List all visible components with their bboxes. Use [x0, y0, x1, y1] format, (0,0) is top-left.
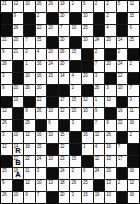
grid-cell[interactable]: 25 [1, 168, 12, 179]
grid-cell[interactable]: 10 [82, 37, 93, 48]
cell-number: 2 [71, 1, 73, 6]
black-cell [24, 25, 35, 36]
grid-cell[interactable]: 2 [36, 13, 47, 24]
black-cell [47, 85, 58, 96]
grid-cell[interactable]: 14 [117, 37, 128, 48]
grid-cell[interactable]: 2 [94, 1, 105, 12]
grid-cell[interactable]: 10 [105, 156, 116, 167]
black-cell [82, 61, 93, 72]
cell-number: 24 [118, 61, 122, 66]
cell-number: 2 [129, 132, 131, 137]
grid-cell[interactable]: 15 [70, 156, 81, 167]
grid-cell[interactable]: 18 [24, 144, 35, 155]
cell-number: 10 [37, 180, 41, 185]
grid-cell[interactable]: 14 [59, 73, 70, 84]
cell-number: 20 [83, 73, 87, 78]
black-cell [94, 25, 105, 36]
cell-number: 15 [48, 73, 52, 78]
grid-cell[interactable]: 17 [59, 97, 70, 108]
grid-cell[interactable]: 10 [24, 1, 35, 12]
grid-cell[interactable]: 20 [13, 37, 24, 48]
black-cell [128, 49, 139, 60]
cell-number: 6 [83, 168, 85, 173]
cell-number: 20 [106, 168, 110, 173]
grid-cell[interactable]: 7 [117, 144, 128, 155]
cell-number: 10 [48, 132, 52, 137]
black-cell [128, 73, 139, 84]
grid-cell[interactable]: 4 [36, 49, 47, 60]
cell-number: 5 [83, 1, 85, 6]
grid-cell[interactable]: 2 [105, 1, 116, 12]
grid-cell[interactable]: 20 [13, 85, 24, 96]
grid-cell[interactable]: 17 [117, 156, 128, 167]
grid-cell[interactable]: 2 [117, 180, 128, 191]
grid-cell[interactable]: 16 [36, 61, 47, 72]
cell-number: 16 [129, 120, 133, 125]
grid-cell[interactable]: 3 [94, 73, 105, 84]
cell-number: 7 [37, 192, 39, 197]
grid-cell[interactable]: 16 [128, 168, 139, 179]
grid-cell[interactable]: 16 [128, 120, 139, 131]
cell-number: 15 [60, 132, 64, 137]
grid-cell[interactable]: 26 [36, 108, 47, 119]
grid-cell[interactable]: 10 [70, 25, 81, 36]
cell-number: 14 [118, 37, 122, 42]
grid-cell[interactable]: 26 [24, 85, 35, 96]
cell-number: 20 [48, 49, 52, 54]
black-cell [117, 97, 128, 108]
cell-number: 2 [71, 168, 73, 173]
cell-number: 10 [71, 25, 75, 30]
grid-cell[interactable]: 21 [1, 1, 12, 12]
grid-cell[interactable]: 6 [47, 120, 58, 131]
grid-cell[interactable]: 15 [36, 37, 47, 48]
cell-number: 10 [14, 132, 18, 137]
cell-number: 4 [106, 25, 108, 30]
grid-cell[interactable]: 15 [47, 73, 58, 84]
black-cell [94, 180, 105, 191]
grid-cell[interactable]: 20 [36, 85, 47, 96]
cell-number: 26 [37, 108, 41, 113]
grid-cell[interactable]: 10 [82, 13, 93, 24]
cell-number: 20 [14, 85, 18, 90]
black-cell [59, 85, 70, 96]
cell-number: 20 [60, 61, 64, 66]
black-cell [117, 25, 128, 36]
grid-cell[interactable]: 26 [1, 120, 12, 131]
cell-number: 1 [83, 144, 85, 149]
grid-cell[interactable]: 1 [94, 97, 105, 108]
cell-number: 25 [25, 120, 29, 125]
cell-number: 17 [118, 156, 122, 161]
black-cell [70, 132, 81, 143]
cell-number: 16 [106, 144, 110, 149]
cell-number: 2 [106, 1, 108, 6]
grid-cell[interactable]: 3 [70, 120, 81, 131]
cell-number: 1 [25, 61, 27, 66]
cell-number: 12 [14, 1, 18, 6]
cell-number: 21 [2, 1, 6, 6]
grid-cell[interactable]: 26 [59, 49, 70, 60]
cell-number: 26 [37, 1, 41, 6]
given-letter: A [13, 171, 24, 179]
cell-number: 5 [118, 1, 120, 6]
black-cell [70, 37, 81, 48]
grid-cell[interactable]: 25 [128, 37, 139, 48]
grid-cell[interactable]: 2 [24, 49, 35, 60]
black-cell [1, 156, 12, 167]
black-cell [24, 13, 35, 24]
grid-cell[interactable]: 26 [1, 61, 12, 72]
grid-cell[interactable]: 5 [82, 1, 93, 12]
grid-cell[interactable]: 15 [70, 97, 81, 108]
cell-number: 4 [95, 144, 97, 149]
cell-number: 10 [14, 192, 18, 197]
grid-cell[interactable]: 13 [47, 180, 58, 191]
grid-cell[interactable]: 15 [70, 49, 81, 60]
grid-cell[interactable]: 19 [59, 1, 70, 12]
grid-cell[interactable]: 21 [1, 37, 12, 48]
cell-number: 7 [129, 85, 131, 90]
grid-cell[interactable]: 12 [1, 108, 12, 119]
grid-cell[interactable]: 11 [24, 168, 35, 179]
cell-number: 15 [71, 156, 75, 161]
grid-cell[interactable]: 4 [105, 25, 116, 36]
grid-cell[interactable]: 12 [117, 73, 128, 84]
cell-number: 1 [95, 97, 97, 102]
cell-number: 9 [106, 120, 108, 125]
grid-cell[interactable]: 9 [105, 120, 116, 131]
grid-cell[interactable]: 7 [59, 25, 70, 36]
cell-number: 16 [83, 132, 87, 137]
cell-number: 10 [83, 37, 87, 42]
grid-cell[interactable]: 20 [59, 37, 70, 48]
grid-cell[interactable]: 9 [1, 180, 12, 191]
grid-cell[interactable]: 6 [128, 25, 139, 36]
grid-cell[interactable]: 2 [105, 13, 116, 24]
cell-number: 16 [129, 192, 133, 197]
grid-cell[interactable]: 9 [24, 192, 35, 203]
cell-number: 3 [2, 132, 4, 137]
grid-cell[interactable]: 10 [82, 108, 93, 119]
grid-cell[interactable]: 13 [105, 180, 116, 191]
grid-cell[interactable]: 11 [128, 108, 139, 119]
cell-number: 12 [129, 180, 133, 185]
grid-cell[interactable]: 16 [36, 73, 47, 84]
grid-cell[interactable]: 7 [94, 120, 105, 131]
grid-cell[interactable]: 20 [105, 61, 116, 72]
cell-number: 10 [118, 85, 122, 90]
grid-cell[interactable]: 15 [36, 144, 47, 155]
cell-number: 25 [83, 180, 87, 185]
grid-cell[interactable]: 12 [128, 180, 139, 191]
given-letter: B [13, 159, 24, 167]
grid-cell[interactable]: 3 [1, 73, 12, 84]
grid-cell[interactable]: 24 [117, 61, 128, 72]
grid-cell[interactable]: 10 [47, 132, 58, 143]
cell-number: 12 [129, 1, 133, 6]
cell-number: 3 [95, 73, 97, 78]
grid-cell[interactable]: 9 [24, 108, 35, 119]
grid-cell[interactable]: 16 [117, 108, 128, 119]
cell-number: 21 [2, 37, 6, 42]
black-cell [117, 13, 128, 24]
grid-cell[interactable]: 25 [82, 25, 93, 36]
grid-cell[interactable]: 24 [47, 61, 58, 72]
cell-number: 15 [83, 192, 87, 197]
grid-cell[interactable]: 12 [82, 97, 93, 108]
black-cell [105, 108, 116, 119]
grid-cell[interactable]: 9 [128, 97, 139, 108]
grid-cell[interactable]: 2 [70, 168, 81, 179]
grid-cell[interactable]: 12 [94, 132, 105, 143]
black-cell [59, 120, 70, 131]
grid-cell[interactable]: 14R [13, 144, 24, 155]
grid-cell[interactable]: 10 [105, 97, 116, 108]
black-cell [13, 120, 24, 131]
grid-cell[interactable]: 5 [117, 1, 128, 12]
cell-number: 9 [14, 13, 16, 18]
grid-cell[interactable]: 20 [105, 168, 116, 179]
grid-cell[interactable]: 7 [128, 85, 139, 96]
cell-number: 24 [60, 168, 64, 173]
cell-number: 9 [2, 49, 4, 54]
cell-number: 10 [106, 192, 110, 197]
grid-cell[interactable]: 18 [59, 180, 70, 191]
grid-cell[interactable]: 9 [1, 49, 12, 60]
grid-cell[interactable]: 3 [36, 168, 47, 179]
cell-number: 26 [25, 85, 29, 90]
grid-cell[interactable]: 10 [24, 73, 35, 84]
cell-number: 25 [129, 37, 133, 42]
cell-number: 7 [25, 37, 27, 42]
grid-cell[interactable]: 10 [47, 156, 58, 167]
grid-cell[interactable]: 3 [1, 132, 12, 143]
grid-cell[interactable]: 2 [70, 85, 81, 96]
grid-cell[interactable]: 7 [24, 37, 35, 48]
cell-number: 16 [37, 73, 41, 78]
cell-number: 21 [14, 49, 18, 54]
grid-cell[interactable]: 26 [36, 1, 47, 12]
grid-cell[interactable]: 22B [13, 156, 24, 167]
black-cell [82, 49, 93, 60]
cell-number: 9 [2, 85, 4, 90]
grid-cell[interactable]: 26 [47, 1, 58, 12]
grid-cell[interactable]: 22 [36, 25, 47, 36]
grid-cell[interactable]: 25 [82, 180, 93, 191]
grid-cell[interactable]: 9 [13, 13, 24, 24]
cell-number: 26 [2, 120, 6, 125]
cell-number: 3 [106, 85, 108, 90]
grid-cell[interactable]: 9 [94, 108, 105, 119]
cell-number: 15 [129, 13, 133, 18]
grid-cell[interactable]: 24 [59, 168, 70, 179]
grid-cell[interactable]: 10 [105, 192, 116, 203]
grid-cell[interactable]: 2 [70, 1, 81, 12]
cell-number: 3 [37, 168, 39, 173]
cell-number: 17 [60, 97, 64, 102]
grid-cell[interactable]: 23 [59, 156, 70, 167]
cell-number: 7 [118, 144, 120, 149]
grid-cell[interactable]: 7 [36, 192, 47, 203]
cell-number: 23 [60, 156, 64, 161]
grid-cell[interactable]: 12 [24, 132, 35, 143]
cell-number: 3 [71, 120, 73, 125]
grid-cell[interactable]: 1 [82, 144, 93, 155]
cell-number: 20 [60, 37, 64, 42]
grid-cell[interactable]: 4 [94, 144, 105, 155]
cell-number: 24 [95, 168, 99, 173]
cell-number: 12 [60, 108, 64, 113]
cell-number: 3 [2, 73, 4, 78]
grid-cell[interactable]: 20 [59, 13, 70, 24]
codeword-grid: 2112102626192522512922010215262220710254… [0, 0, 140, 204]
grid-cell[interactable]: 21 [13, 49, 24, 60]
grid-cell[interactable]: 20 [47, 49, 58, 60]
black-cell [1, 25, 12, 36]
cell-number: 26 [106, 132, 110, 137]
grid-cell[interactable]: 26 [1, 192, 12, 203]
grid-cell[interactable]: 26 [94, 85, 105, 96]
cell-number: 12 [118, 73, 122, 78]
grid-cell[interactable]: 10 [13, 132, 24, 143]
cell-number: 16 [129, 168, 133, 173]
cell-number: 20 [48, 25, 52, 30]
cell-number: 15 [37, 37, 41, 42]
cell-number: 9 [25, 192, 27, 197]
grid-cell[interactable]: 26 [70, 180, 81, 191]
cell-number: 2 [37, 13, 39, 18]
grid-cell[interactable]: 12 [24, 180, 35, 191]
black-cell [70, 144, 81, 155]
grid-cell[interactable]: 22 [117, 120, 128, 131]
black-cell [128, 144, 139, 155]
grid-cell[interactable]: 12 [59, 108, 70, 119]
grid-cell[interactable]: 24 [94, 37, 105, 48]
grid-cell[interactable]: 24 [94, 168, 105, 179]
grid-cell[interactable]: 16 [82, 132, 93, 143]
grid-cell[interactable]: 16 [105, 144, 116, 155]
grid-cell[interactable]: 25 [24, 120, 35, 131]
grid-cell[interactable]: 10 [47, 108, 58, 119]
cell-number: 20 [60, 13, 64, 18]
grid-cell[interactable]: 16A [13, 168, 24, 179]
grid-cell[interactable]: 20 [105, 37, 116, 48]
grid-cell[interactable]: 15 [128, 13, 139, 24]
grid-cell[interactable]: 12 [94, 156, 105, 167]
grid-cell[interactable]: 10 [117, 85, 128, 96]
black-cell [70, 13, 81, 24]
black-cell [47, 168, 58, 179]
grid-cell[interactable]: 10 [36, 180, 47, 191]
grid-cell[interactable]: 22 [24, 156, 35, 167]
black-cell [117, 192, 128, 203]
cell-number: 9 [95, 108, 97, 113]
grid-cell[interactable]: 12 [59, 144, 70, 155]
cell-number: 4 [71, 73, 73, 78]
grid-cell[interactable]: 2 [117, 49, 128, 60]
black-cell [13, 73, 24, 84]
grid-cell[interactable]: 2 [128, 61, 139, 72]
cell-number: 13 [48, 180, 52, 185]
cell-number: 26 [60, 49, 64, 54]
cell-number: 15 [37, 144, 41, 149]
grid-cell[interactable]: 20 [59, 192, 70, 203]
grid-cell[interactable]: 2 [128, 132, 139, 143]
grid-cell[interactable]: 9 [1, 85, 12, 96]
grid-cell[interactable]: 7 [94, 61, 105, 72]
grid-cell[interactable]: 1 [24, 61, 35, 72]
black-cell [105, 73, 116, 84]
cell-number: 20 [106, 37, 110, 42]
cell-number: 12 [2, 108, 6, 113]
cell-number: 15 [71, 97, 75, 102]
grid-cell[interactable]: 20 [47, 25, 58, 36]
cell-number: 24 [37, 156, 41, 161]
cell-number: 24 [95, 37, 99, 42]
cell-number: 10 [25, 1, 29, 6]
grid-cell[interactable]: 20 [82, 73, 93, 84]
black-cell [47, 97, 58, 108]
cell-number: 22 [25, 156, 29, 161]
cell-number: 2 [95, 1, 97, 6]
cell-number: 9 [129, 97, 131, 102]
grid-cell[interactable]: 10 [13, 97, 24, 108]
cell-number: 19 [95, 192, 99, 197]
grid-cell[interactable]: 20 [59, 61, 70, 72]
grid-cell[interactable]: 24 [36, 156, 47, 167]
cell-number: 3 [71, 192, 73, 197]
grid-cell[interactable]: 26 [13, 25, 24, 36]
grid-cell[interactable]: 26 [105, 132, 116, 143]
cell-number: 20 [14, 37, 18, 42]
grid-cell[interactable]: 12 [128, 1, 139, 12]
grid-cell[interactable]: 3 [70, 192, 81, 203]
grid-cell[interactable]: 22 [36, 97, 47, 108]
grid-cell[interactable]: 6 [82, 168, 93, 179]
grid-cell[interactable]: 12 [13, 1, 24, 12]
grid-cell[interactable]: 4 [70, 73, 81, 84]
grid-cell[interactable]: 3 [105, 85, 116, 96]
grid-cell[interactable]: 15 [59, 132, 70, 143]
cell-number: 7 [95, 120, 97, 125]
cell-number: 20 [71, 108, 75, 113]
cell-number: 25 [83, 25, 87, 30]
grid-cell[interactable]: 12 [1, 144, 12, 155]
black-cell [105, 49, 116, 60]
black-cell [13, 108, 24, 119]
cell-number: 26 [48, 1, 52, 6]
grid-cell[interactable]: 16 [36, 132, 47, 143]
cell-number: 10 [83, 108, 87, 113]
grid-cell[interactable]: 15 [82, 192, 93, 203]
grid-cell[interactable]: 10 [13, 192, 24, 203]
grid-cell[interactable]: 16 [128, 192, 139, 203]
cell-number: 6 [129, 25, 131, 30]
cell-number: 10 [48, 108, 52, 113]
black-cell [47, 192, 58, 203]
black-cell [13, 61, 24, 72]
grid-cell[interactable]: 19 [94, 192, 105, 203]
grid-cell[interactable]: 2 [94, 49, 105, 60]
cell-number: 18 [25, 144, 29, 149]
cell-number: 4 [37, 49, 39, 54]
cell-number: 22 [118, 120, 122, 125]
grid-cell[interactable]: 20 [70, 108, 81, 119]
given-letter: R [13, 147, 24, 155]
cell-number: 10 [14, 97, 18, 102]
cell-number: 15 [71, 49, 75, 54]
